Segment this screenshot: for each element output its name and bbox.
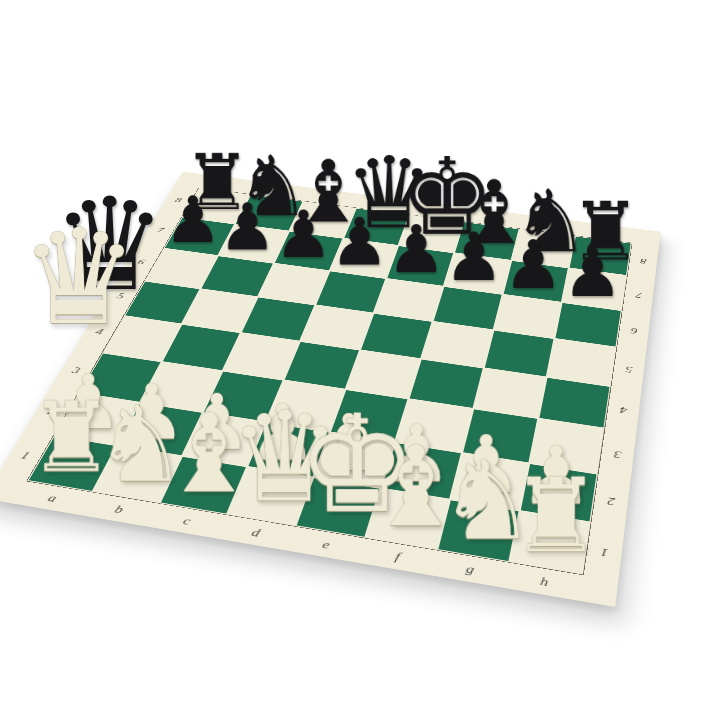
rank-label-right-7: 7 <box>623 275 655 313</box>
square-h1[interactable]: ♜ <box>509 511 590 575</box>
black-pawn[interactable]: ♟ <box>562 239 622 306</box>
square-g6[interactable] <box>493 294 561 338</box>
black-pawn[interactable]: ♟ <box>445 224 504 290</box>
rank-label-right-4: 4 <box>605 387 641 434</box>
white-knight[interactable]: ♞ <box>94 392 164 497</box>
white-king[interactable]: ♚ <box>297 397 369 532</box>
rank-label-right-6: 6 <box>617 310 651 351</box>
square-h6[interactable] <box>554 302 621 347</box>
rank-label-right-3: 3 <box>599 429 637 479</box>
black-pawn[interactable]: ♟ <box>503 231 562 298</box>
photo: ♛ ♛ 87654321 87654321 abcdefgh ♜♞♝♛♚♝♞♜♟… <box>0 0 720 720</box>
rank-label-right-8: 8 <box>628 243 659 279</box>
white-rook[interactable]: ♜ <box>28 390 97 486</box>
black-pawn[interactable]: ♟ <box>274 202 332 267</box>
square-g5[interactable] <box>483 330 554 377</box>
white-bishop[interactable]: ♝ <box>160 400 230 508</box>
white-queen[interactable]: ♛ <box>228 395 299 520</box>
black-pawn[interactable]: ♟ <box>164 188 221 252</box>
square-f1[interactable]: ♝ <box>365 488 449 550</box>
black-pawn[interactable]: ♟ <box>219 195 276 260</box>
black-pawn[interactable]: ♟ <box>387 216 446 282</box>
white-rook[interactable]: ♜ <box>510 465 584 567</box>
black-pawn[interactable]: ♟ <box>330 209 388 274</box>
white-bishop[interactable]: ♝ <box>366 432 438 543</box>
off-board-white-queen[interactable]: ♛ <box>20 211 138 343</box>
rank-label-right-5: 5 <box>611 347 646 391</box>
scene: 87654321 87654321 abcdefgh ♜♞♝♛♚♝♞♜♟♟♟♟♟… <box>50 40 670 660</box>
square-g1[interactable]: ♞ <box>437 499 520 562</box>
white-knight[interactable]: ♞ <box>438 445 511 555</box>
